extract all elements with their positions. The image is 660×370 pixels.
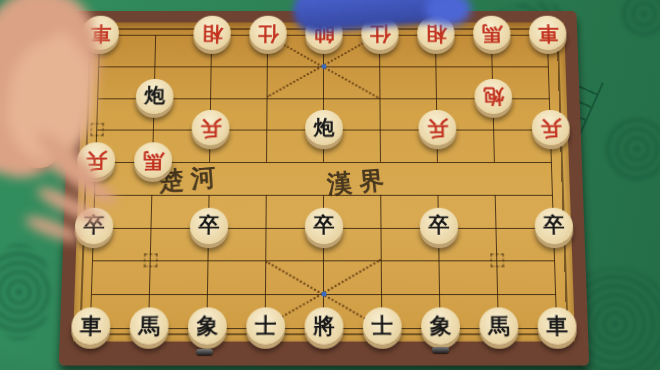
piece-character: 炮 (314, 118, 335, 139)
paisley-ornament (618, 0, 660, 36)
position-marker (491, 254, 504, 267)
piece-red-elephant[interactable]: 相 (193, 16, 231, 50)
table-cloth: 南 楚河 漢界 車相仕帥仕相馬車炮炮兵炮兵兵兵馬卒卒卒卒卒車馬象士將士象馬車 炮… (0, 0, 660, 370)
grid-line (93, 261, 555, 262)
piece-character: 象 (430, 315, 452, 337)
piece-character: 卒 (428, 215, 450, 236)
piece-character: 馬 (488, 315, 510, 337)
piece-character: 仕 (258, 23, 279, 43)
board-latch (432, 347, 449, 353)
piece-character: 將 (313, 315, 335, 337)
piece-black-advisor[interactable]: 士 (246, 307, 285, 344)
piece-character: 卒 (198, 215, 220, 236)
piece-black-soldier[interactable]: 卒 (190, 208, 229, 244)
piece-black-soldier[interactable]: 卒 (420, 208, 459, 244)
palace-center-dot (321, 292, 326, 297)
piece-character: 卒 (313, 215, 334, 236)
piece-black-elephant[interactable]: 象 (188, 307, 227, 344)
piece-character: 士 (371, 315, 393, 337)
piece-character: 兵 (540, 118, 562, 139)
piece-character: 士 (255, 315, 277, 337)
piece-black-chariot[interactable]: 車 (71, 307, 111, 344)
piece-black-advisor[interactable]: 士 (363, 307, 402, 344)
player-hand (0, 0, 170, 260)
piece-red-soldier[interactable]: 兵 (418, 110, 456, 145)
piece-character: 象 (197, 315, 219, 337)
piece-red-soldier[interactable]: 兵 (531, 110, 570, 145)
piece-black-chariot[interactable]: 車 (537, 307, 577, 344)
piece-character: 相 (425, 23, 446, 43)
piece-red-soldier[interactable]: 兵 (191, 110, 229, 145)
piece-character: 炮 (483, 86, 504, 106)
piece-character: 兵 (427, 118, 448, 139)
piece-character: 車 (546, 315, 568, 337)
piece-character: 兵 (200, 118, 221, 139)
piece-red-chariot[interactable]: 車 (529, 16, 567, 50)
piece-black-soldier[interactable]: 卒 (534, 208, 573, 244)
grid-line (547, 35, 557, 328)
piece-black-soldier[interactable]: 卒 (305, 208, 343, 244)
piece-character: 卒 (543, 215, 565, 236)
piece-red-horse[interactable]: 馬 (473, 16, 511, 50)
board-latch (196, 349, 213, 355)
piece-character: 馬 (138, 315, 160, 337)
piece-character: 相 (202, 23, 223, 43)
piece-black-cannon[interactable]: 炮 (305, 110, 343, 145)
piece-character: 車 (80, 315, 102, 337)
piece-black-horse[interactable]: 馬 (479, 307, 519, 344)
paisley-ornament (602, 118, 660, 180)
piece-red-cannon[interactable]: 炮 (474, 79, 512, 114)
piece-character: 馬 (481, 23, 502, 43)
piece-black-black-general[interactable]: 將 (305, 307, 344, 344)
piece-character: 車 (537, 23, 558, 43)
piece-red-advisor[interactable]: 仕 (249, 16, 287, 50)
piece-black-horse[interactable]: 馬 (129, 307, 169, 344)
piece-black-elephant[interactable]: 象 (421, 307, 460, 344)
palace-center-dot (322, 64, 327, 69)
